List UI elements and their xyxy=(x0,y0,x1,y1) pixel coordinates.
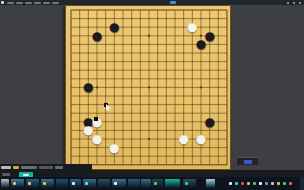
tray-icon-5[interactable] xyxy=(259,182,262,185)
board-grid xyxy=(66,6,230,169)
status-text-smudge xyxy=(55,166,63,169)
minimize-button[interactable] xyxy=(287,2,289,4)
hoshi-point xyxy=(96,138,98,140)
tray-icon-0[interactable] xyxy=(229,182,232,185)
tray-icon-2[interactable] xyxy=(241,182,244,185)
taskbar-app-12[interactable] xyxy=(165,179,180,188)
titlebar-blue-icon xyxy=(170,1,176,4)
taskbar-app-5-icon xyxy=(72,182,75,185)
mini-widget-blue-icon xyxy=(244,160,252,164)
menu-smudge[interactable] xyxy=(25,2,32,4)
hoshi-point xyxy=(200,86,202,88)
hoshi-point xyxy=(148,35,150,37)
status-text-smudge xyxy=(1,166,11,169)
taskbar xyxy=(0,177,304,190)
tray-icon-7[interactable] xyxy=(271,182,274,185)
hoshi-point xyxy=(148,138,150,140)
taskbar-app-6-icon xyxy=(85,182,88,185)
hoshi-point xyxy=(200,138,202,140)
taskbar-app-3[interactable] xyxy=(41,179,54,188)
tray-icon-6[interactable] xyxy=(265,182,268,185)
status-text-smudge xyxy=(2,173,10,176)
status-text-smudge xyxy=(13,166,19,169)
menu-smudge[interactable] xyxy=(43,2,50,4)
taskbar-app-13-icon xyxy=(185,182,188,185)
menu-smudge[interactable] xyxy=(7,2,14,4)
taskbar-app-6[interactable] xyxy=(83,179,96,188)
status-panel xyxy=(0,164,92,177)
taskbar-app-14[interactable] xyxy=(206,179,215,188)
taskbar-app-8-icon xyxy=(114,182,117,185)
hoshi-point xyxy=(96,35,98,37)
menu-smudge[interactable] xyxy=(16,2,23,4)
mini-widget[interactable] xyxy=(237,157,258,165)
hoshi-point xyxy=(200,35,202,37)
status-text-smudge xyxy=(39,166,53,169)
taskbar-app-9[interactable] xyxy=(128,179,140,188)
tray-icon-10[interactable] xyxy=(289,182,292,185)
taskbar-app-13[interactable] xyxy=(183,179,196,188)
desktop-screen: ●●●●●●●●●●●●●● xyxy=(0,0,304,190)
start-button[interactable] xyxy=(1,179,9,188)
taskbar-app-5[interactable] xyxy=(70,179,81,188)
close-button[interactable] xyxy=(299,2,301,4)
window-icon xyxy=(1,1,4,4)
taskbar-app-2-icon xyxy=(28,182,31,185)
show-desktop-button[interactable] xyxy=(300,177,304,190)
tray-icon-9[interactable] xyxy=(283,182,286,185)
tray-icon-1[interactable] xyxy=(235,182,238,185)
taskbar-app-10[interactable] xyxy=(141,179,151,188)
tray-icon-4[interactable] xyxy=(253,182,256,185)
go-board[interactable]: ●●●●●●●●●●●●●● xyxy=(65,5,231,170)
hoshi-point xyxy=(96,86,98,88)
menu-smudge[interactable] xyxy=(52,2,59,4)
tray-icon-3[interactable] xyxy=(247,182,250,185)
maximize-button[interactable] xyxy=(293,2,295,4)
taskbar-app-4[interactable] xyxy=(56,179,68,188)
tray-icon-8[interactable] xyxy=(277,182,280,185)
status-text-smudge xyxy=(21,166,37,169)
taskbar-app-7[interactable] xyxy=(98,179,110,188)
taskbar-app-1[interactable] xyxy=(11,179,24,188)
hoshi-point xyxy=(148,86,150,88)
taskbar-app-11-icon xyxy=(154,182,157,185)
marker-square-D6 xyxy=(94,117,98,121)
status-teal-button-label-smudge xyxy=(23,174,29,176)
taskbar-app-11[interactable] xyxy=(152,179,163,188)
menu-smudge[interactable] xyxy=(34,2,41,4)
taskbar-app-2[interactable] xyxy=(26,179,39,188)
taskbar-app-8[interactable] xyxy=(112,179,126,188)
taskbar-app-1-icon xyxy=(13,182,16,185)
taskbar-app-3-icon xyxy=(43,182,46,185)
